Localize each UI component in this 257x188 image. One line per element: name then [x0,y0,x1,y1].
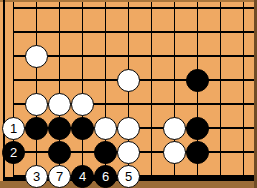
white-stone [163,117,186,140]
grid-line-vertical [243,0,245,181]
black-stone [25,117,48,140]
go-board: 1237465 [0,0,257,188]
black-stone [48,141,71,164]
grid-line-horizontal [13,55,257,57]
move-2-stone: 2 [2,141,25,164]
black-stone [186,117,209,140]
grid-line-vertical [151,0,153,181]
go-diagram: 1237465 [0,0,257,188]
move-4-stone: 4 [71,165,94,188]
grid-line-vertical [220,0,222,181]
move-1-stone: 1 [2,117,25,140]
black-stone [186,141,209,164]
grid-line-vertical [82,0,84,181]
white-stone [48,93,71,116]
black-stone [186,69,209,92]
white-stone [163,141,186,164]
grid-line-horizontal [13,31,257,33]
grid-line-vertical [36,0,38,181]
white-stone [117,141,140,164]
white-stone [25,45,48,68]
white-stone [117,117,140,140]
move-3-stone: 3 [25,165,48,188]
white-stone [94,117,117,140]
black-stone [94,141,117,164]
board-right-shadow [254,0,257,188]
board-top-border [0,0,257,2]
move-5-stone: 5 [117,165,140,188]
white-stone [71,93,94,116]
white-stone [25,93,48,116]
white-stone [117,69,140,92]
black-stone [48,117,71,140]
grid-line-horizontal [13,7,257,9]
move-7-stone: 7 [48,165,71,188]
black-stone [71,117,94,140]
move-6-stone: 6 [94,165,117,188]
